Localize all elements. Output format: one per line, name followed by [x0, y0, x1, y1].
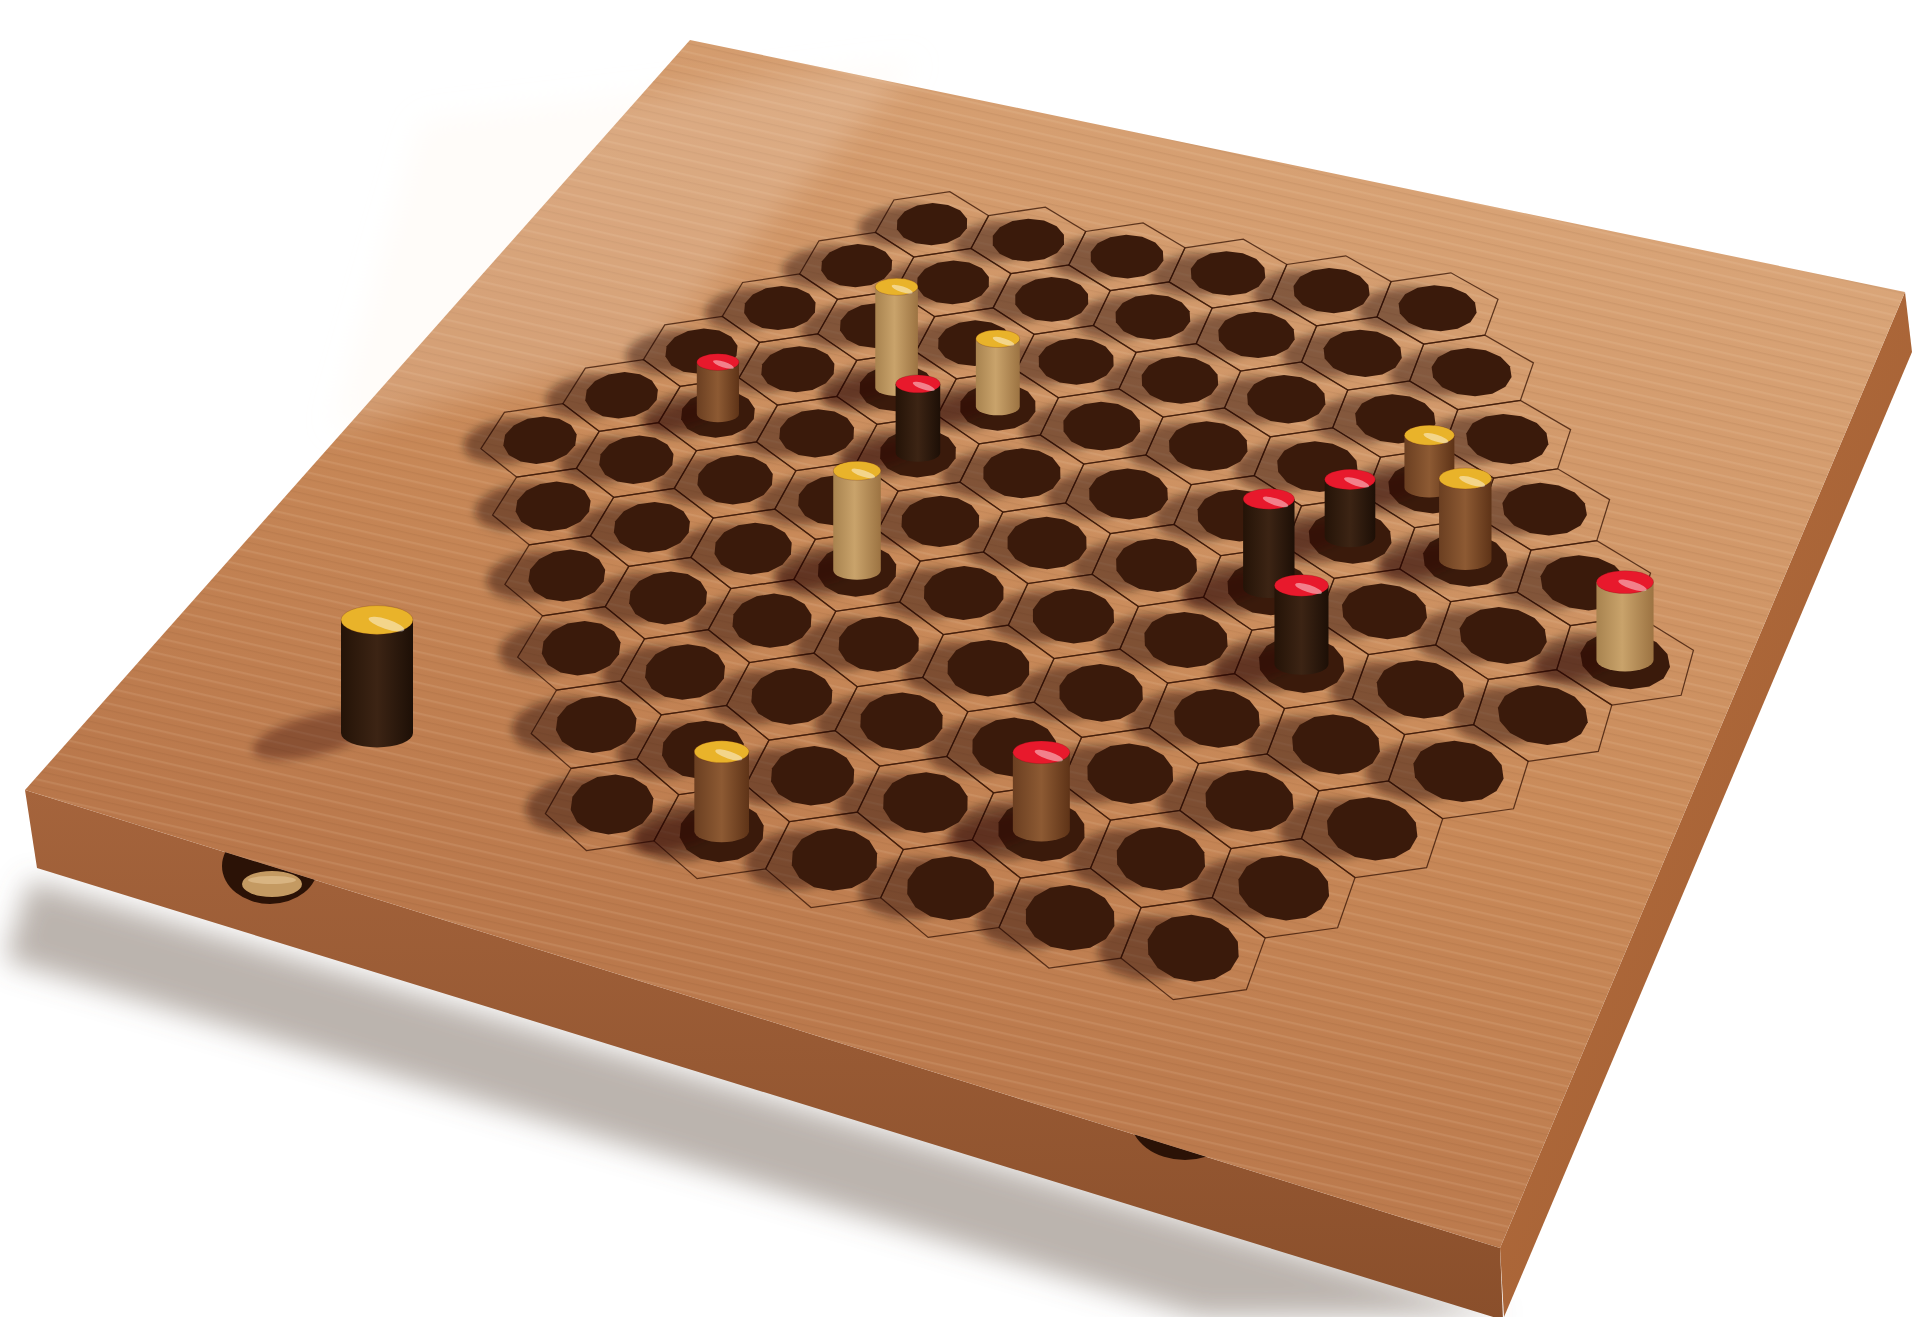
spare-dowel-highlight	[248, 876, 296, 884]
peg-body	[896, 384, 941, 462]
peg-body	[1439, 479, 1491, 570]
peg-body	[1274, 585, 1328, 674]
peg-body	[833, 471, 881, 580]
peg-body	[694, 752, 749, 842]
peg-body	[976, 339, 1020, 416]
board-scene	[0, 0, 1930, 1317]
peg-body	[341, 620, 413, 747]
peg-body	[1013, 752, 1070, 841]
agon-board-photo	[0, 0, 1930, 1317]
peg-body	[697, 362, 739, 422]
peg-body	[1596, 582, 1653, 671]
